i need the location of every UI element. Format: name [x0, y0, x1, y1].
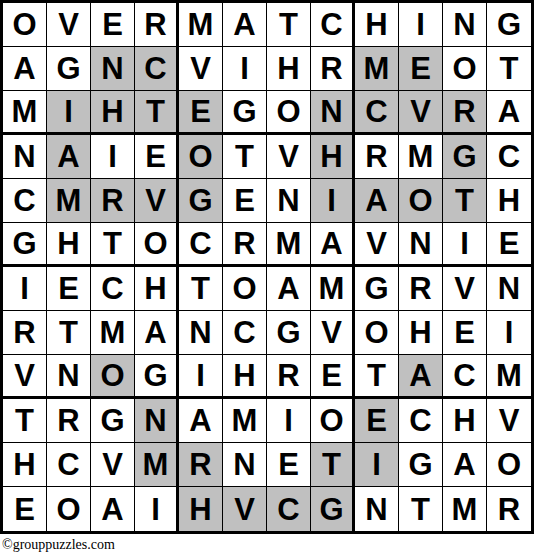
- grid-cell: O: [223, 267, 267, 311]
- grid-cell: H: [135, 267, 179, 311]
- grid-cell: M: [47, 179, 91, 223]
- grid-cell: C: [223, 311, 267, 355]
- grid-cell: M: [91, 311, 135, 355]
- grid-cell: A: [443, 443, 487, 487]
- grid-cell: G: [355, 267, 399, 311]
- grid-cell: E: [135, 135, 179, 179]
- grid-cell: E: [223, 179, 267, 223]
- grid-cell: I: [3, 267, 47, 311]
- grid-cell: T: [179, 267, 223, 311]
- grid-cell: I: [311, 179, 355, 223]
- grid-cell: O: [3, 3, 47, 47]
- grid-cell: I: [443, 223, 487, 267]
- grid-cell: C: [311, 3, 355, 47]
- grid-cell: R: [443, 91, 487, 135]
- grid-cell: O: [135, 223, 179, 267]
- grid-cell: T: [223, 135, 267, 179]
- grid-cell: H: [487, 179, 531, 223]
- grid-cell: C: [443, 355, 487, 399]
- grid-cell: E: [443, 311, 487, 355]
- grid-cell: N: [443, 3, 487, 47]
- grid-cell: E: [355, 399, 399, 443]
- grid-cell: C: [399, 399, 443, 443]
- grid-cell: A: [399, 355, 443, 399]
- grid-cell: N: [223, 443, 267, 487]
- grid-cell: E: [91, 3, 135, 47]
- grid-cell: I: [223, 47, 267, 91]
- grid-cell: E: [267, 443, 311, 487]
- grid-cell: N: [3, 135, 47, 179]
- grid-cell: R: [135, 3, 179, 47]
- grid-cell: T: [3, 399, 47, 443]
- site-credit: ©grouppuzzles.com: [2, 534, 532, 556]
- grid-cell: H: [91, 91, 135, 135]
- grid-cell: H: [3, 443, 47, 487]
- grid-cell: I: [487, 311, 531, 355]
- grid-cell: M: [223, 399, 267, 443]
- grid-cell: O: [487, 443, 531, 487]
- grid-cell: A: [91, 487, 135, 531]
- grid-cell: A: [223, 3, 267, 47]
- grid-cell: A: [135, 311, 179, 355]
- grid-cell: V: [399, 91, 443, 135]
- puzzle-board: OVERMATCHINGAGNCVIHRMEOTMIHTEGONCVRANAIE…: [0, 0, 534, 534]
- grid-cell: C: [47, 443, 91, 487]
- grid-cell: N: [267, 179, 311, 223]
- grid-cell: E: [399, 47, 443, 91]
- grid-cell: I: [355, 443, 399, 487]
- grid-cell: A: [179, 399, 223, 443]
- grid-cell: T: [311, 443, 355, 487]
- grid-cell: G: [135, 355, 179, 399]
- grid-cell: E: [179, 91, 223, 135]
- grid-cell: M: [3, 91, 47, 135]
- grid-cell: N: [179, 311, 223, 355]
- grid-cell: C: [487, 135, 531, 179]
- grid-cell: N: [47, 355, 91, 399]
- grid-cell: N: [355, 487, 399, 531]
- grid-cell: R: [91, 179, 135, 223]
- grid-cell: V: [47, 3, 91, 47]
- grid-cell: R: [487, 487, 531, 531]
- grid-cell: C: [135, 47, 179, 91]
- grid-cell: M: [179, 3, 223, 47]
- grid-cell: M: [399, 135, 443, 179]
- grid-cell: M: [311, 267, 355, 311]
- grid-cell: O: [443, 47, 487, 91]
- grid-cell: V: [179, 47, 223, 91]
- grid-cell: H: [223, 355, 267, 399]
- grid-cell: N: [135, 399, 179, 443]
- grid-cell: M: [267, 223, 311, 267]
- site-credit-text: ©grouppuzzles.com: [2, 537, 115, 553]
- grid-cell: I: [179, 355, 223, 399]
- grid-cell: V: [443, 267, 487, 311]
- grid-cell: C: [91, 267, 135, 311]
- grid-cell: R: [355, 135, 399, 179]
- grid-cell: I: [399, 3, 443, 47]
- grid-cell: G: [179, 179, 223, 223]
- grid-cell: T: [47, 311, 91, 355]
- grid-cell: R: [311, 47, 355, 91]
- grid-cell: R: [223, 223, 267, 267]
- grid-cell: G: [399, 443, 443, 487]
- grid-cell: N: [487, 267, 531, 311]
- grid-cell: A: [355, 179, 399, 223]
- grid-cell: M: [487, 355, 531, 399]
- grid-cell: G: [443, 135, 487, 179]
- grid-cell: T: [91, 223, 135, 267]
- grid-cell: G: [267, 311, 311, 355]
- grid-cell: I: [267, 399, 311, 443]
- grid-cell: N: [311, 91, 355, 135]
- grid-cell: O: [399, 179, 443, 223]
- grid-cell: E: [47, 267, 91, 311]
- grid-cell: G: [223, 91, 267, 135]
- grid-cell: H: [355, 3, 399, 47]
- grid-cell: H: [399, 311, 443, 355]
- grid-cell: M: [355, 47, 399, 91]
- grid-cell: E: [311, 355, 355, 399]
- grid-cell: I: [47, 91, 91, 135]
- grid-cell: A: [311, 223, 355, 267]
- grid-cell: O: [311, 399, 355, 443]
- grid-cell: V: [355, 223, 399, 267]
- grid-cell: R: [399, 267, 443, 311]
- grid-cell: T: [399, 487, 443, 531]
- grid-cell: C: [179, 223, 223, 267]
- grid-cell: I: [91, 135, 135, 179]
- grid-cell: G: [487, 3, 531, 47]
- grid-cell: T: [355, 355, 399, 399]
- grid-cell: H: [443, 399, 487, 443]
- grid-cell: N: [399, 223, 443, 267]
- grid-cell: V: [487, 399, 531, 443]
- grid-cell: A: [47, 135, 91, 179]
- grid-cell: R: [3, 311, 47, 355]
- grid-cell: V: [267, 135, 311, 179]
- grid-cell: C: [3, 179, 47, 223]
- grid-cell: T: [487, 47, 531, 91]
- grid-cell: R: [179, 443, 223, 487]
- grid-cell: I: [135, 487, 179, 531]
- grid-cell: E: [487, 223, 531, 267]
- grid-cell: V: [3, 355, 47, 399]
- grid-cell: C: [267, 487, 311, 531]
- grid-cell: A: [267, 267, 311, 311]
- grid-cell: V: [91, 443, 135, 487]
- grid-cell: E: [3, 487, 47, 531]
- grid-cell: M: [135, 443, 179, 487]
- grid-cell: A: [3, 47, 47, 91]
- grid-cell: N: [91, 47, 135, 91]
- grid-cell: T: [135, 91, 179, 135]
- grid-cell: T: [267, 3, 311, 47]
- grid-cell: O: [91, 355, 135, 399]
- grid-cell: G: [91, 399, 135, 443]
- grid-cell: G: [47, 47, 91, 91]
- grid-cell: O: [355, 311, 399, 355]
- grid-cell: O: [267, 91, 311, 135]
- grid-cell: T: [443, 179, 487, 223]
- grid-cell: R: [267, 355, 311, 399]
- grid-cell: H: [267, 47, 311, 91]
- grid-cell: V: [135, 179, 179, 223]
- grid-cell: G: [3, 223, 47, 267]
- grid-cell: A: [487, 91, 531, 135]
- grid-cell: R: [47, 399, 91, 443]
- grid-cell: C: [355, 91, 399, 135]
- grid-cell: V: [223, 487, 267, 531]
- grid-cell: O: [47, 487, 91, 531]
- grid-cell: G: [311, 487, 355, 531]
- grid-cell: O: [179, 135, 223, 179]
- grid-cell: H: [179, 487, 223, 531]
- grid-cell: M: [443, 487, 487, 531]
- grid-cell: V: [311, 311, 355, 355]
- grid-cell: H: [47, 223, 91, 267]
- grid-cell: H: [311, 135, 355, 179]
